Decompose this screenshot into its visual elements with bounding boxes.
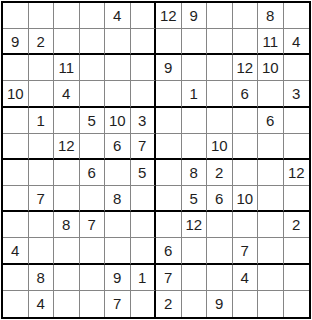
cell-r1c2[interactable]: [29, 3, 55, 29]
cell-r10c3[interactable]: [54, 238, 80, 264]
cell-r1c5[interactable]: 4: [105, 3, 131, 29]
cell-r11c10[interactable]: 4: [233, 265, 259, 291]
cell-r3c2[interactable]: [29, 55, 55, 81]
cell-r7c7[interactable]: [156, 160, 182, 186]
cell-r8c4[interactable]: [80, 186, 106, 212]
cell-r8c5[interactable]: 8: [105, 186, 131, 212]
cell-r6c8[interactable]: [182, 134, 208, 160]
cell-r5c3[interactable]: [54, 108, 80, 134]
cell-r5c2[interactable]: 1: [29, 108, 55, 134]
cell-r10c9[interactable]: [207, 238, 233, 264]
cell-r9c11[interactable]: [258, 212, 284, 238]
cell-r1c11[interactable]: 8: [258, 3, 284, 29]
cell-r3c3[interactable]: 11: [54, 55, 80, 81]
cell-r6c4[interactable]: [80, 134, 106, 160]
cell-r10c2[interactable]: [29, 238, 55, 264]
cell-r3c7[interactable]: 9: [156, 55, 182, 81]
cell-r8c7[interactable]: [156, 186, 182, 212]
cell-r4c9[interactable]: [207, 81, 233, 107]
cell-r2c12[interactable]: 4: [284, 29, 310, 55]
cell-r5c8[interactable]: [182, 108, 208, 134]
cell-r1c3[interactable]: [54, 3, 80, 29]
cell-r10c12[interactable]: [284, 238, 310, 264]
cell-r8c11[interactable]: [258, 186, 284, 212]
cell-r4c3[interactable]: 4: [54, 81, 80, 107]
cell-r7c2[interactable]: [29, 160, 55, 186]
cell-r5c9[interactable]: [207, 108, 233, 134]
cell-r1c10[interactable]: [233, 3, 259, 29]
cell-r2c6[interactable]: [131, 29, 157, 55]
cell-r12c8[interactable]: [182, 291, 208, 317]
cell-r5c1[interactable]: [3, 108, 29, 134]
cell-r12c6[interactable]: [131, 291, 157, 317]
cell-r7c5[interactable]: [105, 160, 131, 186]
cell-r10c10[interactable]: 7: [233, 238, 259, 264]
cell-r6c11[interactable]: [258, 134, 284, 160]
cell-r9c5[interactable]: [105, 212, 131, 238]
cell-r8c2[interactable]: 7: [29, 186, 55, 212]
cell-r8c8[interactable]: 5: [182, 186, 208, 212]
cell-r3c9[interactable]: [207, 55, 233, 81]
cell-r3c6[interactable]: [131, 55, 157, 81]
cell-r12c12[interactable]: [284, 291, 310, 317]
cell-r8c1[interactable]: [3, 186, 29, 212]
cell-r5c4[interactable]: 5: [80, 108, 106, 134]
cell-r1c4[interactable]: [80, 3, 106, 29]
cell-r9c1[interactable]: [3, 212, 29, 238]
cell-r1c8[interactable]: 9: [182, 3, 208, 29]
cell-r9c8[interactable]: 12: [182, 212, 208, 238]
cell-r2c4[interactable]: [80, 29, 106, 55]
cell-r11c5[interactable]: 9: [105, 265, 131, 291]
cell-r12c3[interactable]: [54, 291, 80, 317]
cell-r11c8[interactable]: [182, 265, 208, 291]
cell-r11c1[interactable]: [3, 265, 29, 291]
cell-r6c12[interactable]: [284, 134, 310, 160]
cell-r4c11[interactable]: [258, 81, 284, 107]
sudoku-page: 4129892114119121010416315103612671065821…: [0, 0, 312, 320]
cell-r6c1[interactable]: [3, 134, 29, 160]
cell-r8c6[interactable]: [131, 186, 157, 212]
cell-r7c1[interactable]: [3, 160, 29, 186]
cell-r11c11[interactable]: [258, 265, 284, 291]
sudoku-board: 4129892114119121010416315103612671065821…: [1, 1, 311, 319]
cell-r2c10[interactable]: [233, 29, 259, 55]
cell-r11c6[interactable]: 1: [131, 265, 157, 291]
cell-r11c3[interactable]: [54, 265, 80, 291]
cell-r3c10[interactable]: 12: [233, 55, 259, 81]
cell-r3c8[interactable]: [182, 55, 208, 81]
cell-r1c1[interactable]: [3, 3, 29, 29]
cell-r7c4[interactable]: 6: [80, 160, 106, 186]
cell-r11c4[interactable]: [80, 265, 106, 291]
cell-r11c12[interactable]: [284, 265, 310, 291]
cell-r1c12[interactable]: [284, 3, 310, 29]
cell-r9c7[interactable]: [156, 212, 182, 238]
cell-r5c12[interactable]: [284, 108, 310, 134]
cell-r4c6[interactable]: [131, 81, 157, 107]
cell-r4c8[interactable]: 1: [182, 81, 208, 107]
cell-r1c9[interactable]: [207, 3, 233, 29]
cell-r2c9[interactable]: [207, 29, 233, 55]
cell-r4c4[interactable]: [80, 81, 106, 107]
cell-r11c9[interactable]: [207, 265, 233, 291]
cell-r4c7[interactable]: [156, 81, 182, 107]
cell-r5c10[interactable]: [233, 108, 259, 134]
cell-r9c12[interactable]: 2: [284, 212, 310, 238]
cell-r7c11[interactable]: [258, 160, 284, 186]
cell-r10c4[interactable]: [80, 238, 106, 264]
cell-r8c3[interactable]: [54, 186, 80, 212]
cell-r2c3[interactable]: [54, 29, 80, 55]
cell-r7c9[interactable]: 2: [207, 160, 233, 186]
cell-r6c6[interactable]: 7: [131, 134, 157, 160]
cell-r6c2[interactable]: [29, 134, 55, 160]
cell-r12c2[interactable]: 4: [29, 291, 55, 317]
cell-r12c7[interactable]: 2: [156, 291, 182, 317]
cell-r3c4[interactable]: [80, 55, 106, 81]
cell-r3c1[interactable]: [3, 55, 29, 81]
cell-r6c5[interactable]: 6: [105, 134, 131, 160]
cell-r5c7[interactable]: [156, 108, 182, 134]
cell-r12c5[interactable]: 7: [105, 291, 131, 317]
cell-r10c8[interactable]: [182, 238, 208, 264]
cell-r7c3[interactable]: [54, 160, 80, 186]
cell-r4c12[interactable]: 3: [284, 81, 310, 107]
cell-r9c9[interactable]: [207, 212, 233, 238]
cell-r6c10[interactable]: [233, 134, 259, 160]
cell-r11c7[interactable]: 7: [156, 265, 182, 291]
cell-r3c5[interactable]: [105, 55, 131, 81]
cell-r10c6[interactable]: [131, 238, 157, 264]
cell-r9c3[interactable]: 8: [54, 212, 80, 238]
cell-r7c10[interactable]: [233, 160, 259, 186]
cell-r7c12[interactable]: 12: [284, 160, 310, 186]
cell-r3c11[interactable]: 10: [258, 55, 284, 81]
cell-r8c12[interactable]: [284, 186, 310, 212]
cell-r4c2[interactable]: [29, 81, 55, 107]
cell-r12c1[interactable]: [3, 291, 29, 317]
cell-r11c2[interactable]: 8: [29, 265, 55, 291]
cell-r5c11[interactable]: 6: [258, 108, 284, 134]
cell-r6c7[interactable]: [156, 134, 182, 160]
cell-r5c6[interactable]: 3: [131, 108, 157, 134]
cell-r12c9[interactable]: 9: [207, 291, 233, 317]
cell-r5c5[interactable]: 10: [105, 108, 131, 134]
cell-r2c7[interactable]: [156, 29, 182, 55]
cell-r3c12[interactable]: [284, 55, 310, 81]
cell-r4c5[interactable]: [105, 81, 131, 107]
cell-r1c6[interactable]: [131, 3, 157, 29]
cell-r2c8[interactable]: [182, 29, 208, 55]
cell-r10c1[interactable]: 4: [3, 238, 29, 264]
cell-r2c2[interactable]: 2: [29, 29, 55, 55]
cell-r7c8[interactable]: 8: [182, 160, 208, 186]
cell-r1c7[interactable]: 12: [156, 3, 182, 29]
cell-r10c11[interactable]: [258, 238, 284, 264]
cell-r9c2[interactable]: [29, 212, 55, 238]
cell-r10c5[interactable]: [105, 238, 131, 264]
cell-r2c5[interactable]: [105, 29, 131, 55]
cell-r12c4[interactable]: [80, 291, 106, 317]
cell-r7c6[interactable]: 5: [131, 160, 157, 186]
cell-r8c10[interactable]: 10: [233, 186, 259, 212]
cell-r6c9[interactable]: 10: [207, 134, 233, 160]
cell-r2c11[interactable]: 11: [258, 29, 284, 55]
cell-r10c7[interactable]: 6: [156, 238, 182, 264]
cell-r9c10[interactable]: [233, 212, 259, 238]
cell-r12c11[interactable]: [258, 291, 284, 317]
cell-r6c3[interactable]: 12: [54, 134, 80, 160]
cell-r9c6[interactable]: [131, 212, 157, 238]
cell-r4c10[interactable]: 6: [233, 81, 259, 107]
cell-r8c9[interactable]: 6: [207, 186, 233, 212]
cell-r12c10[interactable]: [233, 291, 259, 317]
cell-r4c1[interactable]: 10: [3, 81, 29, 107]
cell-r9c4[interactable]: 7: [80, 212, 106, 238]
cell-r2c1[interactable]: 9: [3, 29, 29, 55]
